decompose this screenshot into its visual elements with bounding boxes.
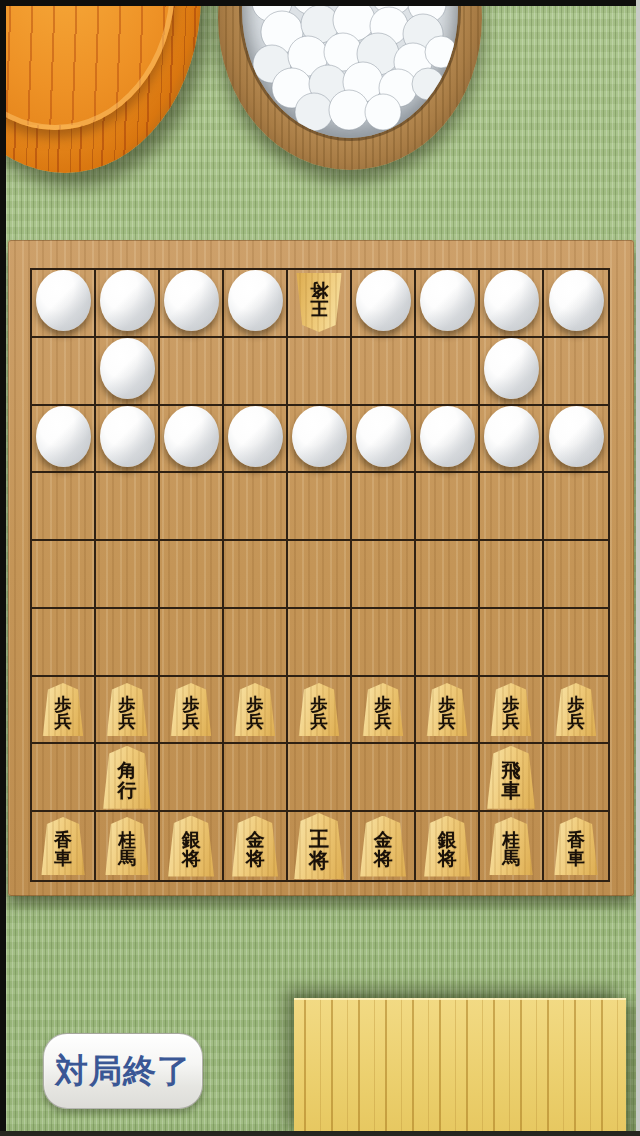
square-r5c7[interactable] [416,541,480,609]
white-go-stone[interactable] [164,406,219,467]
square-r4c2[interactable] [96,473,160,541]
square-r1c9[interactable] [544,270,608,338]
shogi-board: 王将歩兵歩兵歩兵歩兵歩兵歩兵歩兵歩兵歩兵角行飛車香車桂馬銀将金将王将金将銀将桂馬… [8,240,634,896]
end-game-button[interactable]: 対局終了 [43,1033,203,1109]
square-r3c4[interactable] [224,406,288,474]
square-r9c3[interactable]: 銀将 [160,812,224,880]
frame-edge-right [636,0,640,1136]
shogi-piece-pawn[interactable]: 歩兵 [555,683,598,736]
square-r5c9[interactable] [544,541,608,609]
square-r1c8[interactable] [480,270,544,338]
square-r3c7[interactable] [416,406,480,474]
square-r9c6[interactable]: 金将 [352,812,416,880]
square-r6c6[interactable] [352,609,416,677]
square-r8c5[interactable] [288,744,352,812]
white-go-stone[interactable] [228,406,283,467]
white-go-stone[interactable] [420,406,475,467]
square-r3c5[interactable] [288,406,352,474]
white-go-stone[interactable] [228,270,283,331]
square-r1c5[interactable]: 王将 [288,270,352,338]
square-r7c4[interactable]: 歩兵 [224,677,288,745]
square-r8c3[interactable] [160,744,224,812]
square-r6c1[interactable] [32,609,96,677]
square-r4c7[interactable] [416,473,480,541]
square-r9c7[interactable]: 銀将 [416,812,480,880]
square-r1c6[interactable] [352,270,416,338]
shogi-piece-pawn[interactable]: 歩兵 [298,683,341,736]
shogi-piece-pawn[interactable]: 歩兵 [490,683,533,736]
square-r7c8[interactable]: 歩兵 [480,677,544,745]
go-bowl-lid [0,0,201,173]
square-r4c5[interactable] [288,473,352,541]
square-r7c6[interactable]: 歩兵 [352,677,416,745]
square-r2c1[interactable] [32,338,96,406]
square-r5c2[interactable] [96,541,160,609]
shogi-piece-king-opponent[interactable]: 王将 [295,273,343,332]
shogi-piece-lance[interactable]: 香車 [40,817,86,875]
square-r2c5[interactable] [288,338,352,406]
square-r4c3[interactable] [160,473,224,541]
frame-edge-top [0,0,640,6]
board-grid: 王将歩兵歩兵歩兵歩兵歩兵歩兵歩兵歩兵歩兵角行飛車香車桂馬銀将金将王将金将銀将桂馬… [30,268,610,882]
go-stone-bowl [218,0,482,170]
white-go-stone[interactable] [100,270,155,331]
shogi-piece-bishop[interactable]: 角行 [102,746,153,809]
square-r4c4[interactable] [224,473,288,541]
square-r9c5[interactable]: 王将 [288,812,352,880]
square-r5c5[interactable] [288,541,352,609]
shogi-piece-pawn[interactable]: 歩兵 [362,683,405,736]
white-go-stone[interactable] [100,406,155,467]
white-go-stone[interactable] [356,270,411,331]
white-go-stone[interactable] [356,406,411,467]
square-r7c7[interactable]: 歩兵 [416,677,480,745]
square-r3c1[interactable] [32,406,96,474]
square-r3c6[interactable] [352,406,416,474]
square-r4c9[interactable] [544,473,608,541]
shogi-piece-knight[interactable]: 桂馬 [488,817,534,875]
square-r4c8[interactable] [480,473,544,541]
square-r9c8[interactable]: 桂馬 [480,812,544,880]
square-r2c2[interactable] [96,338,160,406]
shogi-piece-silver[interactable]: 銀将 [423,816,472,877]
square-r9c4[interactable]: 金将 [224,812,288,880]
square-r8c2[interactable]: 角行 [96,744,160,812]
white-go-stone[interactable] [36,270,91,331]
square-r1c7[interactable] [416,270,480,338]
white-go-stone[interactable] [164,270,219,331]
square-r3c8[interactable] [480,406,544,474]
go-stone-bowl-stones [242,0,458,138]
shogi-piece-pawn[interactable]: 歩兵 [42,683,85,736]
square-r8c6[interactable] [352,744,416,812]
square-r8c1[interactable] [32,744,96,812]
square-r2c8[interactable] [480,338,544,406]
square-r9c2[interactable]: 桂馬 [96,812,160,880]
square-r7c2[interactable]: 歩兵 [96,677,160,745]
white-go-stone[interactable] [100,338,155,399]
square-r7c9[interactable]: 歩兵 [544,677,608,745]
square-r8c9[interactable] [544,744,608,812]
white-go-stone[interactable] [292,406,347,467]
square-r2c7[interactable] [416,338,480,406]
white-go-stone[interactable] [484,270,539,331]
shogi-piece-pawn[interactable]: 歩兵 [106,683,149,736]
frame-edge-bottom [0,1131,640,1136]
go-bowl-lid-top [0,0,175,130]
white-go-stone[interactable] [549,270,604,331]
square-r5c6[interactable] [352,541,416,609]
square-r7c1[interactable]: 歩兵 [32,677,96,745]
white-go-stone[interactable] [549,406,604,467]
wooden-plank [294,998,626,1136]
square-r9c1[interactable]: 香車 [32,812,96,880]
square-r8c7[interactable] [416,744,480,812]
square-r3c2[interactable] [96,406,160,474]
square-r1c2[interactable] [96,270,160,338]
square-r3c3[interactable] [160,406,224,474]
game-screen: 王将歩兵歩兵歩兵歩兵歩兵歩兵歩兵歩兵歩兵角行飛車香車桂馬銀将金将王将金将銀将桂馬… [0,0,640,1136]
shogi-piece-king[interactable]: 王将 [293,813,346,879]
frame-edge-left [0,0,6,1136]
square-r2c6[interactable] [352,338,416,406]
white-go-stone[interactable] [420,270,475,331]
square-r6c5[interactable] [288,609,352,677]
square-r1c4[interactable] [224,270,288,338]
shogi-piece-gold[interactable]: 金将 [231,816,280,877]
square-r1c3[interactable] [160,270,224,338]
square-r6c4[interactable] [224,609,288,677]
shogi-piece-pawn[interactable]: 歩兵 [234,683,277,736]
square-r7c3[interactable]: 歩兵 [160,677,224,745]
square-r5c4[interactable] [224,541,288,609]
bowl-stones-pile [242,0,458,138]
square-r5c8[interactable] [480,541,544,609]
white-go-stone[interactable] [484,338,539,399]
square-r3c9[interactable] [544,406,608,474]
square-r8c4[interactable] [224,744,288,812]
shogi-piece-silver[interactable]: 銀将 [167,816,216,877]
square-r6c3[interactable] [160,609,224,677]
square-r2c4[interactable] [224,338,288,406]
square-r7c5[interactable]: 歩兵 [288,677,352,745]
white-go-stone[interactable] [36,406,91,467]
square-r5c1[interactable] [32,541,96,609]
square-r9c9[interactable]: 香車 [544,812,608,880]
shogi-piece-gold[interactable]: 金将 [359,816,408,877]
white-go-stone[interactable] [484,406,539,467]
shogi-piece-pawn[interactable]: 歩兵 [170,683,213,736]
square-r1c1[interactable] [32,270,96,338]
square-r4c6[interactable] [352,473,416,541]
square-r2c9[interactable] [544,338,608,406]
square-r6c9[interactable] [544,609,608,677]
square-r5c3[interactable] [160,541,224,609]
shogi-piece-lance[interactable]: 香車 [553,817,599,875]
square-r6c8[interactable] [480,609,544,677]
shogi-piece-rook[interactable]: 飛車 [486,746,537,809]
shogi-piece-pawn[interactable]: 歩兵 [426,683,469,736]
square-r2c3[interactable] [160,338,224,406]
square-r6c2[interactable] [96,609,160,677]
shogi-piece-knight[interactable]: 桂馬 [104,817,150,875]
square-r8c8[interactable]: 飛車 [480,744,544,812]
square-r6c7[interactable] [416,609,480,677]
square-r4c1[interactable] [32,473,96,541]
